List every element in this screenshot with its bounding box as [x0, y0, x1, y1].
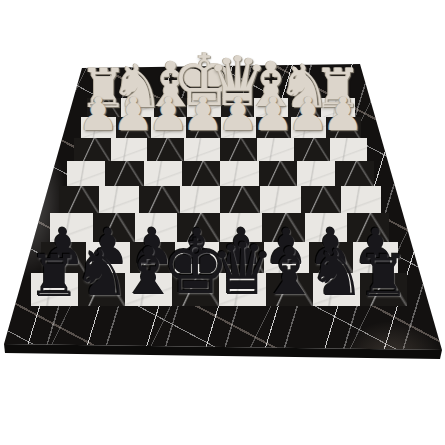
square-f2[interactable]: ♟: [151, 117, 186, 138]
square-b5[interactable]: [301, 186, 341, 213]
square-c2[interactable]: ♟: [256, 117, 291, 138]
square-a8[interactable]: ♜: [360, 273, 407, 306]
square-f5[interactable]: [139, 186, 179, 213]
square-c4[interactable]: [259, 161, 297, 186]
board-rank-3: [74, 138, 367, 161]
square-h8[interactable]: ♜: [31, 273, 78, 306]
square-e5[interactable]: [180, 186, 220, 213]
square-a4[interactable]: [335, 161, 373, 186]
square-d4[interactable]: [220, 161, 258, 186]
square-d5[interactable]: [220, 186, 260, 213]
square-c5[interactable]: [260, 186, 300, 213]
square-e4[interactable]: [182, 161, 220, 186]
square-g3[interactable]: [111, 138, 148, 161]
square-b8[interactable]: ♞: [313, 273, 360, 306]
chess-set-photo: ♜♞♝♚♛♝♞♜♟♟♟♟♟♟♟♟♟♟♟♟♟♟♟♟♜♞♝♚♛♝♞♜: [0, 0, 445, 445]
square-b3[interactable]: [294, 138, 331, 161]
square-h2[interactable]: ♟: [81, 117, 116, 138]
board-rank-8: ♜♞♝♚♛♝♞♜: [31, 273, 407, 306]
square-a3[interactable]: [330, 138, 367, 161]
black-rook[interactable]: ♜: [358, 247, 410, 305]
square-b4[interactable]: [297, 161, 335, 186]
square-h4[interactable]: [67, 161, 105, 186]
square-g2[interactable]: ♟: [116, 117, 151, 138]
square-a2[interactable]: ♟: [326, 117, 361, 138]
board-rank-5: [59, 186, 382, 213]
square-c3[interactable]: [257, 138, 294, 161]
board-rank-2: ♟♟♟♟♟♟♟♟: [81, 117, 361, 138]
square-c8[interactable]: ♝: [266, 273, 313, 306]
square-h3[interactable]: [74, 138, 111, 161]
square-e2[interactable]: ♟: [186, 117, 221, 138]
square-d2[interactable]: ♟: [221, 117, 256, 138]
square-a5[interactable]: [341, 186, 381, 213]
square-d3[interactable]: [220, 138, 257, 161]
square-g4[interactable]: [105, 161, 143, 186]
square-f3[interactable]: [147, 138, 184, 161]
square-b2[interactable]: ♟: [291, 117, 326, 138]
board-rank-4: [67, 161, 374, 186]
square-f4[interactable]: [144, 161, 182, 186]
white-pawn[interactable]: ♟: [322, 91, 363, 137]
square-e3[interactable]: [184, 138, 221, 161]
square-h5[interactable]: [59, 186, 99, 213]
square-g5[interactable]: [99, 186, 139, 213]
